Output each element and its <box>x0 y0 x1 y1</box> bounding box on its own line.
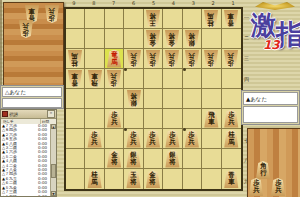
board-square-28[interactable] <box>202 149 221 169</box>
file-label: 5 <box>144 0 164 7</box>
shogi-piece-香車[interactable]: 香車 <box>223 170 239 188</box>
board-square-31[interactable] <box>183 9 202 29</box>
board-square-58[interactable] <box>144 149 163 169</box>
board-square-97[interactable] <box>66 129 85 149</box>
board-square-37[interactable]: 歩兵 <box>183 129 202 149</box>
board-square-42[interactable]: 金将 <box>163 29 182 49</box>
board-square-67[interactable]: 歩兵 <box>124 129 143 149</box>
board-square-95[interactable] <box>66 89 85 109</box>
board-square-15[interactable] <box>222 89 241 109</box>
board-square-94[interactable]: 香車 <box>66 69 85 89</box>
board-square-91[interactable] <box>66 9 85 29</box>
file-label: 3 <box>183 0 203 7</box>
shogi-piece-銀将[interactable]: 銀将 <box>126 90 142 108</box>
shogi-board[interactable]: 王将桂馬香車金将金将銀将桂馬竜馬歩兵歩兵歩兵歩兵歩兵歩兵香車飛車歩兵銀将歩兵飛車… <box>64 7 243 191</box>
board-square-49[interactable] <box>163 169 182 189</box>
kifu-window[interactable]: 棋譜 × 指し手 時間 ▲７六歩0:00△８四歩0:00▲２六歩0:00△８五歩… <box>0 109 57 197</box>
shogi-piece-桂馬[interactable]: 桂馬 <box>223 130 239 148</box>
scroll-down-icon[interactable]: ▼ <box>51 191 56 196</box>
kifu-titlebar[interactable]: 棋譜 × <box>1 110 56 119</box>
board-square-96[interactable] <box>66 109 85 129</box>
banner-version-badge: 13 <box>263 38 280 52</box>
board-square-43[interactable]: 歩兵 <box>163 49 182 69</box>
board-square-36[interactable] <box>183 109 202 129</box>
board-square-55[interactable] <box>144 89 163 109</box>
shogi-piece-金将[interactable]: 金将 <box>145 30 161 48</box>
shogi-piece-銀将[interactable]: 銀将 <box>184 30 200 48</box>
board-square-56[interactable] <box>144 109 163 129</box>
board-square-66[interactable] <box>124 109 143 129</box>
shogi-piece-角行[interactable]: 角行 <box>255 161 271 179</box>
board-square-65[interactable]: 銀将 <box>124 89 143 109</box>
board-square-14[interactable] <box>222 69 241 89</box>
shogi-piece-香車[interactable]: 香車 <box>67 70 83 88</box>
kifu-close-button[interactable]: × <box>47 110 55 118</box>
board-square-93[interactable]: 桂馬 <box>66 49 85 69</box>
shogi-piece-歩兵[interactable]: 歩兵 <box>184 50 200 68</box>
file-label: 2 <box>203 0 223 7</box>
board-square-52[interactable]: 金将 <box>144 29 163 49</box>
board-square-45[interactable] <box>163 89 182 109</box>
kifu-row[interactable]: ▲１七桂0:00 <box>1 195 51 197</box>
shogi-piece-金将[interactable]: 金将 <box>164 30 180 48</box>
shogi-piece-歩兵[interactable]: 歩兵 <box>126 130 142 148</box>
board-square-87[interactable]: 歩兵 <box>85 129 104 149</box>
shogi-piece-桂馬[interactable]: 桂馬 <box>203 10 219 28</box>
board-square-16[interactable]: 歩兵 <box>222 109 241 129</box>
board-square-69[interactable]: 玉将 <box>124 169 143 189</box>
shogi-piece-歩兵[interactable]: 歩兵 <box>223 110 239 128</box>
shogi-piece-歩兵[interactable]: 歩兵 <box>223 50 239 68</box>
shogi-piece-歩兵[interactable]: 歩兵 <box>270 178 286 196</box>
rank-label: 一 <box>243 7 250 27</box>
file-label: 1 <box>223 0 243 7</box>
shogi-piece-竜馬[interactable]: 竜馬 <box>106 50 122 68</box>
board-square-86[interactable] <box>85 109 104 129</box>
board-square-71[interactable] <box>105 9 124 29</box>
shogi-piece-金将[interactable]: 金将 <box>106 150 122 168</box>
gote-player-label: △あなた <box>2 87 62 97</box>
board-square-63[interactable]: 歩兵 <box>124 49 143 69</box>
shogi-piece-歩兵[interactable]: 歩兵 <box>145 50 161 68</box>
board-square-11[interactable]: 香車 <box>222 9 241 29</box>
board-square-38[interactable] <box>183 149 202 169</box>
board-square-17[interactable]: 桂馬 <box>222 129 241 149</box>
board-square-76[interactable]: 歩兵 <box>105 109 124 129</box>
shogi-piece-歩兵[interactable]: 歩兵 <box>184 130 200 148</box>
shogi-piece-歩兵[interactable]: 歩兵 <box>203 50 219 68</box>
board-square-48[interactable]: 銀将 <box>163 149 182 169</box>
file-label: 4 <box>163 0 183 7</box>
board-square-54[interactable] <box>144 69 163 89</box>
board-square-61[interactable] <box>124 9 143 29</box>
board-square-29[interactable] <box>202 169 221 189</box>
board-square-77[interactable] <box>105 129 124 149</box>
gote-info-box <box>2 98 62 108</box>
board-square-89[interactable]: 桂馬 <box>85 169 104 189</box>
gote-komadai[interactable]: 香車歩兵歩兵 <box>3 2 64 89</box>
shogi-piece-歩兵[interactable]: 歩兵 <box>44 5 60 23</box>
board-square-23[interactable]: 歩兵 <box>202 49 221 69</box>
board-square-81[interactable] <box>85 9 104 29</box>
board-square-72[interactable] <box>105 29 124 49</box>
board-square-13[interactable]: 歩兵 <box>222 49 241 69</box>
board-square-82[interactable] <box>85 29 104 49</box>
board-square-39[interactable] <box>183 169 202 189</box>
board-square-47[interactable]: 歩兵 <box>163 129 182 149</box>
shogi-piece-香車[interactable]: 香車 <box>223 10 239 28</box>
scrollbar-thumb[interactable] <box>51 164 56 178</box>
hoshi-dot <box>124 68 127 71</box>
file-label: 7 <box>104 0 124 7</box>
file-label: 6 <box>124 0 144 7</box>
board-square-25[interactable] <box>202 89 221 109</box>
shogi-piece-銀将[interactable]: 銀将 <box>164 150 180 168</box>
shogi-piece-桂馬[interactable]: 桂馬 <box>87 170 103 188</box>
shogi-piece-桂馬[interactable]: 桂馬 <box>67 50 83 68</box>
board-square-18[interactable] <box>222 149 241 169</box>
board-square-51[interactable]: 王将 <box>144 9 163 29</box>
hoshi-dot <box>124 128 127 131</box>
board-square-21[interactable]: 桂馬 <box>202 9 221 29</box>
board-square-27[interactable] <box>202 129 221 149</box>
rank-label: 四 <box>243 68 250 88</box>
shogi-piece-歩兵[interactable]: 歩兵 <box>18 20 34 38</box>
sente-player-label: ▲あなた <box>243 92 298 105</box>
board-square-53[interactable]: 歩兵 <box>144 49 163 69</box>
file-label: 8 <box>84 0 104 7</box>
board-square-35[interactable] <box>183 89 202 109</box>
gote-player-panel: △あなた <box>0 85 64 109</box>
rank-label: 二 <box>243 27 250 47</box>
board-square-88[interactable] <box>85 149 104 169</box>
board-square-85[interactable] <box>85 89 104 109</box>
kifu-window-title: 棋譜 <box>9 112 47 117</box>
board-square-26[interactable]: 飛車 <box>202 109 221 129</box>
shogi-piece-銀将[interactable]: 銀将 <box>126 150 142 168</box>
board-square-57[interactable]: 歩兵 <box>144 129 163 149</box>
shogi-piece-飛車[interactable]: 飛車 <box>203 110 219 128</box>
board-square-64[interactable] <box>124 69 143 89</box>
board-square-24[interactable] <box>202 69 221 89</box>
board-square-59[interactable]: 金将 <box>144 169 163 189</box>
board-square-79[interactable] <box>105 169 124 189</box>
shogi-piece-歩兵[interactable]: 歩兵 <box>126 50 142 68</box>
shogi-piece-歩兵[interactable]: 歩兵 <box>248 178 264 196</box>
kifu-window-icon <box>2 111 8 117</box>
board-square-92[interactable] <box>66 29 85 49</box>
shogi-piece-金将[interactable]: 金将 <box>145 170 161 188</box>
board-square-73[interactable]: 竜馬 <box>105 49 124 69</box>
shogi-piece-歩兵[interactable]: 歩兵 <box>145 130 161 148</box>
rank-label: 三 <box>243 48 250 68</box>
board-square-34[interactable] <box>183 69 202 89</box>
shogi-piece-歩兵[interactable]: 歩兵 <box>164 50 180 68</box>
shogi-piece-飛車[interactable]: 飛車 <box>87 70 103 88</box>
board-square-75[interactable] <box>105 89 124 109</box>
kifu-move-list[interactable]: ▲７六歩0:00△８四歩0:00▲２六歩0:00△８五歩0:00▲６八銀0:00… <box>1 124 51 196</box>
board-square-99[interactable] <box>66 169 85 189</box>
kifu-scrollbar[interactable]: ▲ ▼ <box>50 124 56 196</box>
board-square-44[interactable] <box>163 69 182 89</box>
board-square-12[interactable] <box>222 29 241 49</box>
board-square-98[interactable] <box>66 149 85 169</box>
board-square-74[interactable]: 歩兵 <box>105 69 124 89</box>
scroll-up-icon[interactable]: ▲ <box>51 124 56 129</box>
file-labels: 987654321 <box>64 0 243 7</box>
shogi-piece-歩兵[interactable]: 歩兵 <box>87 130 103 148</box>
board-square-83[interactable] <box>85 49 104 69</box>
shogi-piece-玉将[interactable]: 玉将 <box>126 170 142 188</box>
board-square-22[interactable] <box>202 29 221 49</box>
board-square-19[interactable]: 香車 <box>222 169 241 189</box>
board-square-41[interactable] <box>163 9 182 29</box>
hoshi-dot <box>183 68 186 71</box>
shogi-piece-歩兵[interactable]: 歩兵 <box>106 70 122 88</box>
board-square-84[interactable]: 飛車 <box>85 69 104 89</box>
shogi-piece-歩兵[interactable]: 歩兵 <box>106 110 122 128</box>
shogi-piece-歩兵[interactable]: 歩兵 <box>164 130 180 148</box>
board-square-33[interactable]: 歩兵 <box>183 49 202 69</box>
sente-komadai[interactable]: 角行歩兵歩兵 <box>247 128 300 197</box>
board-square-68[interactable]: 銀将 <box>124 149 143 169</box>
sente-player-panel: ▲あなた <box>241 90 300 125</box>
sente-info-box <box>243 106 298 123</box>
shogi-piece-王将[interactable]: 王将 <box>145 10 161 28</box>
board-square-78[interactable]: 金将 <box>105 149 124 169</box>
file-label: 9 <box>64 0 84 7</box>
board-square-32[interactable]: 銀将 <box>183 29 202 49</box>
board-square-46[interactable] <box>163 109 182 129</box>
board-square-62[interactable] <box>124 29 143 49</box>
